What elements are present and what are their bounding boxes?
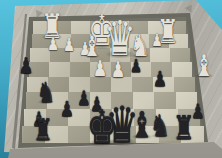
piece-glyph: ♚ [87,104,118,150]
black-pawn-a7[interactable]: ♟ [198,118,216,138]
black-pawn-c4[interactable]: ♟ [136,72,152,90]
black-king-e8[interactable]: ♚ [102,144,143,158]
piece-glyph: ♟ [153,69,167,90]
piece-glyph: ♟ [60,99,74,120]
piece-glyph: ♜ [173,111,195,144]
black-pawn-b5[interactable]: ♟ [160,87,179,108]
black-rook-h8[interactable]: ♜ [43,141,70,158]
black-rook-a8[interactable]: ♜ [184,139,214,158]
piece-glyph: ♜ [33,115,53,145]
piece-glyph: ♟ [47,35,59,53]
black-pawn-g7[interactable]: ♟ [67,117,86,138]
chess-game-window: ♜♜♚♟♟♟♟♛♝♞♟♟♟♝♟♟♞♟♟♟♟♟♞♝♜♜♛♚ [0,0,222,158]
piece-glyph: ♟ [130,57,142,75]
piece-glyph: ♟ [63,36,75,54]
piece-glyph: ♟ [111,59,126,81]
captured-white-bishop: ♝ [204,77,222,107]
piece-glyph: ♟ [93,58,108,80]
piece-glyph: ♞ [37,79,56,107]
piece-glyph: ♝ [194,51,214,81]
piece-glyph: ♟ [19,55,34,77]
piece-glyph: ♟ [151,32,162,49]
